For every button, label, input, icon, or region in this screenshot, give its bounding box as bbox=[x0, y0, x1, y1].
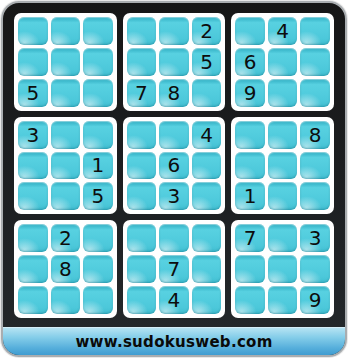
cell-r7c6[interactable] bbox=[192, 224, 222, 252]
cell-r1c3[interactable] bbox=[83, 17, 113, 45]
box-3-2: 74 bbox=[123, 220, 226, 318]
cell-r9c9[interactable]: 9 bbox=[300, 286, 330, 314]
cell-r9c1[interactable] bbox=[18, 286, 48, 314]
cell-r9c5[interactable]: 4 bbox=[159, 286, 189, 314]
cell-r2c7[interactable]: 6 bbox=[235, 48, 265, 76]
cell-r4c3[interactable] bbox=[83, 121, 113, 149]
cell-r1c4[interactable] bbox=[127, 17, 157, 45]
cell-r5c5[interactable]: 6 bbox=[159, 152, 189, 180]
cell-r3c6[interactable] bbox=[192, 79, 222, 107]
cell-r6c5[interactable]: 3 bbox=[159, 182, 189, 210]
cell-r1c7[interactable] bbox=[235, 17, 265, 45]
cell-r6c6[interactable] bbox=[192, 182, 222, 210]
cell-r1c8[interactable]: 4 bbox=[268, 17, 298, 45]
cell-r3c1[interactable]: 5 bbox=[18, 79, 48, 107]
box-3-3: 739 bbox=[231, 220, 334, 318]
cell-r7c3[interactable] bbox=[83, 224, 113, 252]
cell-r9c6[interactable] bbox=[192, 286, 222, 314]
cell-r4c4[interactable] bbox=[127, 121, 157, 149]
cell-r4c1[interactable]: 3 bbox=[18, 121, 48, 149]
box-3-1: 28 bbox=[14, 220, 117, 318]
sudoku-board-frame: 52578469315463812874739 www.sudokusweb.c… bbox=[1, 1, 347, 357]
box-1-1: 5 bbox=[14, 13, 117, 111]
cell-r1c5[interactable] bbox=[159, 17, 189, 45]
cell-r8c1[interactable] bbox=[18, 255, 48, 283]
cell-r8c4[interactable] bbox=[127, 255, 157, 283]
box-2-1: 315 bbox=[14, 117, 117, 215]
box-1-3: 469 bbox=[231, 13, 334, 111]
cell-r4c6[interactable]: 4 bbox=[192, 121, 222, 149]
cell-r7c2[interactable]: 2 bbox=[51, 224, 81, 252]
cell-r5c4[interactable] bbox=[127, 152, 157, 180]
cell-r5c7[interactable] bbox=[235, 152, 265, 180]
cell-r5c9[interactable] bbox=[300, 152, 330, 180]
cell-r4c7[interactable] bbox=[235, 121, 265, 149]
cell-r6c8[interactable] bbox=[268, 182, 298, 210]
cell-r7c1[interactable] bbox=[18, 224, 48, 252]
cell-r9c7[interactable] bbox=[235, 286, 265, 314]
cell-r4c8[interactable] bbox=[268, 121, 298, 149]
cell-r3c5[interactable]: 8 bbox=[159, 79, 189, 107]
cell-r5c1[interactable] bbox=[18, 152, 48, 180]
cell-r8c8[interactable] bbox=[268, 255, 298, 283]
site-link[interactable]: www.sudokusweb.com bbox=[75, 333, 272, 351]
cell-r9c3[interactable] bbox=[83, 286, 113, 314]
cell-r2c9[interactable] bbox=[300, 48, 330, 76]
cell-r6c7[interactable]: 1 bbox=[235, 182, 265, 210]
cell-r7c5[interactable] bbox=[159, 224, 189, 252]
cell-r2c6[interactable]: 5 bbox=[192, 48, 222, 76]
cell-r1c9[interactable] bbox=[300, 17, 330, 45]
cell-r5c2[interactable] bbox=[51, 152, 81, 180]
sudoku-widget: 52578469315463812874739 www.sudokusweb.c… bbox=[0, 0, 350, 360]
cell-r8c9[interactable] bbox=[300, 255, 330, 283]
box-1-2: 2578 bbox=[123, 13, 226, 111]
cell-r4c5[interactable] bbox=[159, 121, 189, 149]
cell-r3c8[interactable] bbox=[268, 79, 298, 107]
cell-r3c4[interactable]: 7 bbox=[127, 79, 157, 107]
box-2-3: 81 bbox=[231, 117, 334, 215]
cell-r2c8[interactable] bbox=[268, 48, 298, 76]
cell-r9c2[interactable] bbox=[51, 286, 81, 314]
cell-r6c9[interactable] bbox=[300, 182, 330, 210]
cell-r4c2[interactable] bbox=[51, 121, 81, 149]
cell-r8c2[interactable]: 8 bbox=[51, 255, 81, 283]
cell-r6c1[interactable] bbox=[18, 182, 48, 210]
cell-r6c2[interactable] bbox=[51, 182, 81, 210]
box-2-2: 463 bbox=[123, 117, 226, 215]
cell-r6c3[interactable]: 5 bbox=[83, 182, 113, 210]
cell-r2c1[interactable] bbox=[18, 48, 48, 76]
cell-r2c4[interactable] bbox=[127, 48, 157, 76]
cell-r2c5[interactable] bbox=[159, 48, 189, 76]
cell-r2c3[interactable] bbox=[83, 48, 113, 76]
cell-r5c6[interactable] bbox=[192, 152, 222, 180]
cell-r7c9[interactable]: 3 bbox=[300, 224, 330, 252]
cell-r8c7[interactable] bbox=[235, 255, 265, 283]
cell-r6c4[interactable] bbox=[127, 182, 157, 210]
cell-r7c4[interactable] bbox=[127, 224, 157, 252]
cell-r9c4[interactable] bbox=[127, 286, 157, 314]
cell-r1c2[interactable] bbox=[51, 17, 81, 45]
cell-r1c1[interactable] bbox=[18, 17, 48, 45]
site-footer: www.sudokusweb.com bbox=[3, 327, 345, 355]
sudoku-grid: 52578469315463812874739 bbox=[3, 3, 345, 327]
cell-r1c6[interactable]: 2 bbox=[192, 17, 222, 45]
cell-r2c2[interactable] bbox=[51, 48, 81, 76]
cell-r7c7[interactable]: 7 bbox=[235, 224, 265, 252]
cell-r4c9[interactable]: 8 bbox=[300, 121, 330, 149]
cell-r3c2[interactable] bbox=[51, 79, 81, 107]
cell-r3c3[interactable] bbox=[83, 79, 113, 107]
cell-r5c8[interactable] bbox=[268, 152, 298, 180]
cell-r8c3[interactable] bbox=[83, 255, 113, 283]
cell-r3c9[interactable] bbox=[300, 79, 330, 107]
cell-r5c3[interactable]: 1 bbox=[83, 152, 113, 180]
cell-r8c6[interactable] bbox=[192, 255, 222, 283]
cell-r8c5[interactable]: 7 bbox=[159, 255, 189, 283]
cell-r9c8[interactable] bbox=[268, 286, 298, 314]
cell-r3c7[interactable]: 9 bbox=[235, 79, 265, 107]
cell-r7c8[interactable] bbox=[268, 224, 298, 252]
